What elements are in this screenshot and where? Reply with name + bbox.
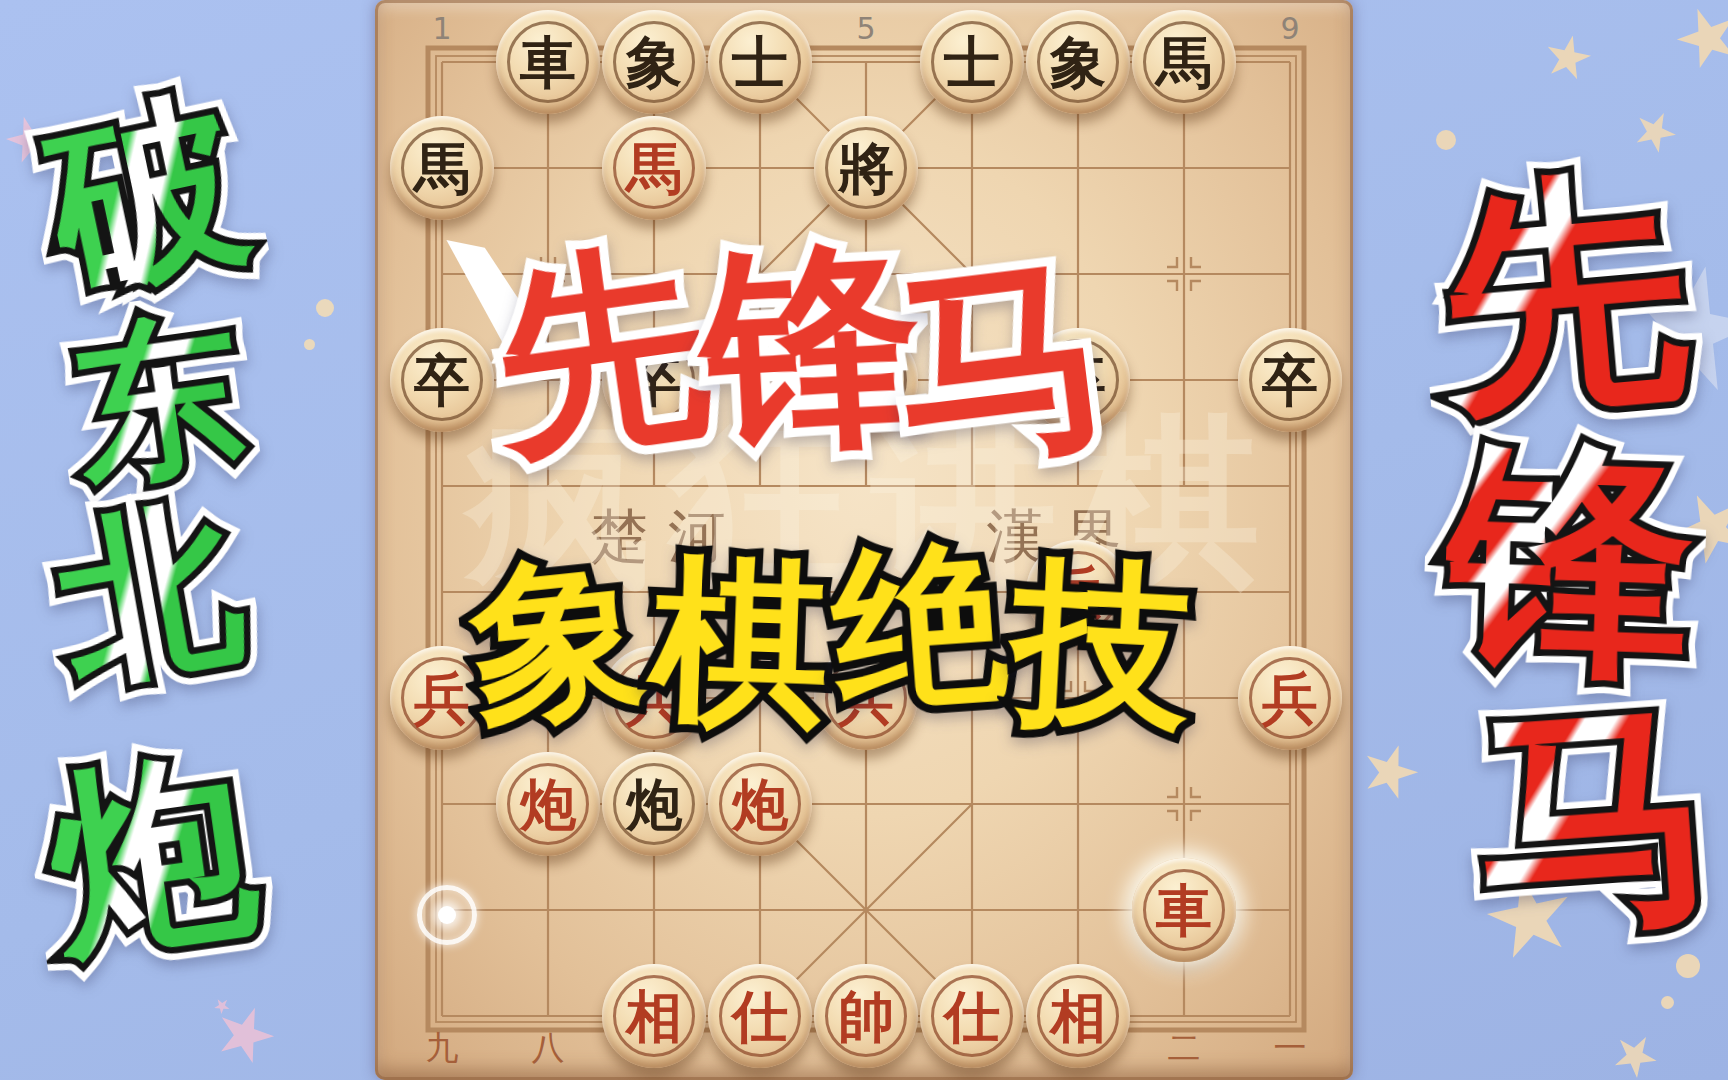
piece-character: 馬 (626, 140, 682, 196)
caption-glyph-layer: 马 (1468, 690, 1724, 946)
piece-red-elephant[interactable]: 相 (1026, 964, 1130, 1068)
piece-character: 仕 (944, 988, 1000, 1044)
piece-character: 士 (944, 34, 1000, 90)
piece-black-elephant[interactable]: 象 (602, 10, 706, 114)
subtitle-char: 绝绝绝 (828, 534, 1013, 719)
file-label-bottom-二: 二 (1168, 1026, 1201, 1071)
star-decoration (1355, 737, 1426, 808)
piece-character: 炮 (626, 776, 682, 832)
thumbnail-canvas: 楚河 漢界 疯狂讲棋 123456789 九八七六五四三二一 車象士士象馬馬馬將… (0, 0, 1728, 1080)
piece-black-horse[interactable]: 馬 (390, 116, 494, 220)
title-char: 先先先 (480, 232, 719, 471)
file-label-bottom-八: 八 (532, 1026, 565, 1071)
piece-black-general[interactable]: 將 (814, 116, 918, 220)
piece-black-advisor[interactable]: 士 (920, 10, 1024, 114)
piece-black-soldier[interactable]: 卒 (390, 328, 494, 432)
left-banner-char: 炮炮炮 (38, 741, 266, 969)
piece-black-cannon[interactable]: 炮 (602, 752, 706, 856)
subtitle-char: 技技技 (1008, 551, 1195, 738)
piece-character: 馬 (414, 140, 470, 196)
left-banner-char: 北北北 (47, 492, 253, 698)
file-label-top-1: 1 (432, 11, 451, 46)
caption-glyph-layer: 先 (1430, 162, 1697, 429)
piece-red-soldier[interactable]: 兵 (1238, 646, 1342, 750)
subtitle-char: 象象象 (463, 545, 653, 735)
star-decoration (1541, 31, 1596, 86)
caption-glyph-layer: 先 (480, 232, 719, 471)
piece-red-cannon[interactable]: 炮 (496, 752, 600, 856)
piece-character: 象 (1050, 34, 1106, 90)
caption-glyph-layer: 棋 (648, 551, 832, 735)
star-decoration (1668, 0, 1728, 78)
right-banner-char: 先先先 (1430, 162, 1697, 429)
piece-character: 炮 (732, 776, 788, 832)
piece-black-rook[interactable]: 車 (496, 10, 600, 114)
piece-character: 車 (520, 34, 576, 90)
piece-red-elephant[interactable]: 相 (602, 964, 706, 1068)
piece-character: 馬 (1156, 34, 1212, 90)
piece-character: 炮 (520, 776, 576, 832)
caption-glyph-layer: 马 (884, 244, 1120, 480)
piece-character: 車 (1156, 882, 1212, 938)
caption-glyph-layer: 锋 (1442, 432, 1699, 689)
dot-decoration (1676, 954, 1700, 978)
piece-black-advisor[interactable]: 士 (708, 10, 812, 114)
caption-glyph-layer: 象 (463, 545, 653, 735)
left-banner-char: 破破破 (33, 81, 261, 309)
dot-decoration (304, 339, 315, 350)
file-label-top-5: 5 (856, 11, 875, 46)
piece-red-advisor[interactable]: 仕 (920, 964, 1024, 1068)
piece-character: 兵 (414, 670, 470, 726)
dot-decoration (1436, 130, 1456, 150)
dot-decoration (1661, 996, 1674, 1009)
piece-red-general[interactable]: 帥 (814, 964, 918, 1068)
piece-red-cannon[interactable]: 炮 (708, 752, 812, 856)
piece-red-horse-vanguard[interactable]: 馬 (602, 116, 706, 220)
caption-glyph-layer: 炮 (38, 741, 266, 969)
piece-red-advisor[interactable]: 仕 (708, 964, 812, 1068)
caption-glyph-layer: 东 (63, 305, 253, 495)
piece-character: 卒 (414, 352, 470, 408)
piece-character: 相 (626, 988, 682, 1044)
caption-glyph-layer: 破 (33, 81, 261, 309)
piece-character: 相 (1050, 988, 1106, 1044)
piece-character: 仕 (732, 988, 788, 1044)
piece-character: 士 (732, 34, 788, 90)
caption-glyph-layer: 北 (47, 492, 253, 698)
piece-black-soldier[interactable]: 卒 (1238, 328, 1342, 432)
piece-character: 象 (626, 34, 682, 90)
piece-character: 兵 (1262, 670, 1318, 726)
star-decoration (1605, 1026, 1665, 1080)
star-decoration (211, 995, 234, 1018)
file-label-bottom-一: 一 (1274, 1026, 1307, 1071)
caption-glyph-layer: 技 (1008, 551, 1195, 738)
move-origin-glow-dot (438, 906, 456, 924)
piece-black-horse[interactable]: 馬 (1132, 10, 1236, 114)
title-char: 马马马 (884, 244, 1120, 480)
right-banner-char: 锋锋锋 (1442, 432, 1699, 689)
move-origin-marker (417, 885, 477, 945)
subtitle-char: 棋棋棋 (648, 551, 832, 735)
dot-decoration (316, 299, 334, 317)
piece-character: 卒 (1262, 352, 1318, 408)
piece-character: 帥 (838, 988, 894, 1044)
left-banner-char: 东东东 (63, 305, 253, 495)
star-decoration (208, 998, 282, 1072)
file-label-bottom-九: 九 (426, 1026, 459, 1071)
piece-black-elephant[interactable]: 象 (1026, 10, 1130, 114)
right-banner-char: 马马马 (1468, 690, 1724, 946)
piece-character: 將 (838, 140, 894, 196)
file-label-top-9: 9 (1280, 11, 1299, 46)
caption-glyph-layer: 绝 (828, 534, 1013, 719)
piece-red-rook[interactable]: 車 (1132, 858, 1236, 962)
